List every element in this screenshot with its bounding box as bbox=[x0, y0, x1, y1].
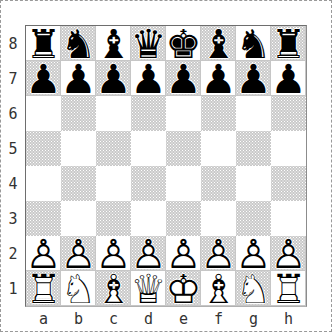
piece-black-p-f7: ♟ bbox=[201, 61, 236, 96]
rank-label-4: 4 bbox=[1, 166, 25, 201]
piece-white-p-g2: ♙ bbox=[236, 236, 271, 271]
square-g4[interactable] bbox=[236, 166, 271, 201]
square-d2[interactable]: ♟♙ bbox=[131, 236, 166, 271]
white-piece-fill: ♝ bbox=[201, 271, 236, 306]
rank-label-6: 6 bbox=[1, 96, 25, 131]
square-e4[interactable] bbox=[166, 166, 201, 201]
square-h8[interactable]: ♜ bbox=[271, 26, 306, 61]
square-e2[interactable]: ♟♙ bbox=[166, 236, 201, 271]
square-g3[interactable] bbox=[236, 201, 271, 236]
square-f2[interactable]: ♟♙ bbox=[201, 236, 236, 271]
square-d6[interactable] bbox=[131, 96, 166, 131]
file-label-e: e bbox=[166, 307, 201, 331]
rank-labels: 87654321 bbox=[1, 26, 25, 306]
piece-white-p-b2: ♙ bbox=[61, 236, 96, 271]
square-h7[interactable]: ♟ bbox=[271, 61, 306, 96]
white-piece-fill: ♟ bbox=[271, 236, 306, 271]
piece-black-n-g8: ♞ bbox=[236, 26, 271, 61]
piece-black-q-d8: ♛ bbox=[131, 26, 166, 61]
rank-label-3: 3 bbox=[1, 201, 25, 236]
square-c3[interactable] bbox=[96, 201, 131, 236]
square-h6[interactable] bbox=[271, 96, 306, 131]
square-f3[interactable] bbox=[201, 201, 236, 236]
square-d5[interactable] bbox=[131, 131, 166, 166]
square-a5[interactable] bbox=[26, 131, 61, 166]
chess-diagram: 87654321 ♜♞♝♛♚♝♞♜♟♟♟♟♟♟♟♟♟♙♟♙♟♙♟♙♟♙♟♙♟♙♟… bbox=[0, 0, 332, 332]
file-label-c: c bbox=[96, 307, 131, 331]
square-e8[interactable]: ♚ bbox=[166, 26, 201, 61]
file-label-f: f bbox=[201, 307, 236, 331]
white-piece-fill: ♟ bbox=[131, 236, 166, 271]
square-g2[interactable]: ♟♙ bbox=[236, 236, 271, 271]
square-d3[interactable] bbox=[131, 201, 166, 236]
square-f1[interactable]: ♝♗ bbox=[201, 271, 236, 306]
square-h4[interactable] bbox=[271, 166, 306, 201]
piece-black-p-h7: ♟ bbox=[271, 61, 306, 96]
piece-black-p-a7: ♟ bbox=[26, 61, 61, 96]
white-piece-fill: ♟ bbox=[201, 236, 236, 271]
square-c4[interactable] bbox=[96, 166, 131, 201]
white-piece-fill: ♜ bbox=[271, 271, 306, 306]
white-piece-fill: ♜ bbox=[26, 271, 61, 306]
square-b5[interactable] bbox=[61, 131, 96, 166]
square-h1[interactable]: ♜♖ bbox=[271, 271, 306, 306]
piece-white-r-h1: ♖ bbox=[271, 271, 306, 306]
white-piece-fill: ♛ bbox=[131, 271, 166, 306]
square-g8[interactable]: ♞ bbox=[236, 26, 271, 61]
piece-white-r-a1: ♖ bbox=[26, 271, 61, 306]
white-piece-fill: ♟ bbox=[26, 236, 61, 271]
square-a8[interactable]: ♜ bbox=[26, 26, 61, 61]
square-d8[interactable]: ♛ bbox=[131, 26, 166, 61]
square-c7[interactable]: ♟ bbox=[96, 61, 131, 96]
square-g7[interactable]: ♟ bbox=[236, 61, 271, 96]
piece-white-p-d2: ♙ bbox=[131, 236, 166, 271]
square-b8[interactable]: ♞ bbox=[61, 26, 96, 61]
square-f6[interactable] bbox=[201, 96, 236, 131]
piece-black-b-f8: ♝ bbox=[201, 26, 236, 61]
square-b7[interactable]: ♟ bbox=[61, 61, 96, 96]
square-g6[interactable] bbox=[236, 96, 271, 131]
piece-black-b-c8: ♝ bbox=[96, 26, 131, 61]
chess-board: ♜♞♝♛♚♝♞♜♟♟♟♟♟♟♟♟♟♙♟♙♟♙♟♙♟♙♟♙♟♙♟♙♜♖♞♘♝♗♛♕… bbox=[25, 25, 307, 307]
square-c5[interactable] bbox=[96, 131, 131, 166]
square-f7[interactable]: ♟ bbox=[201, 61, 236, 96]
white-piece-fill: ♞ bbox=[61, 271, 96, 306]
file-label-d: d bbox=[131, 307, 166, 331]
square-f5[interactable] bbox=[201, 131, 236, 166]
square-b4[interactable] bbox=[61, 166, 96, 201]
square-e1[interactable]: ♚♔ bbox=[166, 271, 201, 306]
rank-label-7: 7 bbox=[1, 61, 25, 96]
piece-white-b-f1: ♗ bbox=[201, 271, 236, 306]
piece-white-p-c2: ♙ bbox=[96, 236, 131, 271]
square-c8[interactable]: ♝ bbox=[96, 26, 131, 61]
square-h2[interactable]: ♟♙ bbox=[271, 236, 306, 271]
piece-white-p-a2: ♙ bbox=[26, 236, 61, 271]
square-b3[interactable] bbox=[61, 201, 96, 236]
square-h3[interactable] bbox=[271, 201, 306, 236]
square-d7[interactable]: ♟ bbox=[131, 61, 166, 96]
rank-label-8: 8 bbox=[1, 26, 25, 61]
square-g5[interactable] bbox=[236, 131, 271, 166]
square-a6[interactable] bbox=[26, 96, 61, 131]
white-piece-fill: ♟ bbox=[61, 236, 96, 271]
square-e3[interactable] bbox=[166, 201, 201, 236]
square-e7[interactable]: ♟ bbox=[166, 61, 201, 96]
rank-label-2: 2 bbox=[1, 236, 25, 271]
white-piece-fill: ♞ bbox=[236, 271, 271, 306]
square-e5[interactable] bbox=[166, 131, 201, 166]
piece-white-k-e1: ♔ bbox=[166, 271, 201, 306]
piece-white-p-h2: ♙ bbox=[271, 236, 306, 271]
white-piece-fill: ♟ bbox=[166, 236, 201, 271]
piece-black-r-a8: ♜ bbox=[26, 26, 61, 61]
square-a4[interactable] bbox=[26, 166, 61, 201]
square-f8[interactable]: ♝ bbox=[201, 26, 236, 61]
square-c2[interactable]: ♟♙ bbox=[96, 236, 131, 271]
square-a3[interactable] bbox=[26, 201, 61, 236]
square-c6[interactable] bbox=[96, 96, 131, 131]
piece-black-p-g7: ♟ bbox=[236, 61, 271, 96]
rank-label-5: 5 bbox=[1, 131, 25, 166]
square-h5[interactable] bbox=[271, 131, 306, 166]
square-a7[interactable]: ♟ bbox=[26, 61, 61, 96]
square-a2[interactable]: ♟♙ bbox=[26, 236, 61, 271]
piece-white-q-d1: ♕ bbox=[131, 271, 166, 306]
piece-white-n-b1: ♘ bbox=[61, 271, 96, 306]
square-b2[interactable]: ♟♙ bbox=[61, 236, 96, 271]
file-label-g: g bbox=[236, 307, 271, 331]
piece-white-n-g1: ♘ bbox=[236, 271, 271, 306]
piece-black-p-b7: ♟ bbox=[61, 61, 96, 96]
piece-black-p-c7: ♟ bbox=[96, 61, 131, 96]
piece-white-p-f2: ♙ bbox=[201, 236, 236, 271]
white-piece-fill: ♚ bbox=[166, 271, 201, 306]
file-label-a: a bbox=[26, 307, 61, 331]
square-d1[interactable]: ♛♕ bbox=[131, 271, 166, 306]
square-b1[interactable]: ♞♘ bbox=[61, 271, 96, 306]
piece-black-p-d7: ♟ bbox=[131, 61, 166, 96]
square-a1[interactable]: ♜♖ bbox=[26, 271, 61, 306]
file-label-b: b bbox=[61, 307, 96, 331]
rank-label-1: 1 bbox=[1, 271, 25, 306]
piece-black-k-e8: ♚ bbox=[166, 26, 201, 61]
white-piece-fill: ♟ bbox=[96, 236, 131, 271]
square-g1[interactable]: ♞♘ bbox=[236, 271, 271, 306]
square-c1[interactable]: ♝♗ bbox=[96, 271, 131, 306]
piece-white-p-e2: ♙ bbox=[166, 236, 201, 271]
piece-black-r-h8: ♜ bbox=[271, 26, 306, 61]
piece-black-n-b8: ♞ bbox=[61, 26, 96, 61]
square-d4[interactable] bbox=[131, 166, 166, 201]
white-piece-fill: ♟ bbox=[236, 236, 271, 271]
piece-white-b-c1: ♗ bbox=[96, 271, 131, 306]
square-b6[interactable] bbox=[61, 96, 96, 131]
piece-black-p-e7: ♟ bbox=[166, 61, 201, 96]
file-labels: abcdefgh bbox=[26, 307, 306, 331]
file-label-h: h bbox=[271, 307, 306, 331]
square-e6[interactable] bbox=[166, 96, 201, 131]
square-f4[interactable] bbox=[201, 166, 236, 201]
white-piece-fill: ♝ bbox=[96, 271, 131, 306]
